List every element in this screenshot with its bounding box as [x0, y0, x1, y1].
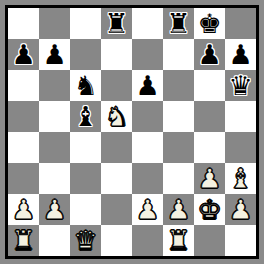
square-h6[interactable]: ♛ [225, 70, 256, 101]
piece-white-pawn: ♟ [228, 194, 252, 225]
square-e8[interactable] [132, 8, 163, 39]
square-c5[interactable]: ♝ [70, 101, 101, 132]
square-a5[interactable] [8, 101, 39, 132]
square-g4[interactable] [194, 132, 225, 163]
square-f6[interactable] [163, 70, 194, 101]
piece-white-knight: ♞ [104, 101, 128, 132]
square-g5[interactable] [194, 101, 225, 132]
square-d2[interactable] [101, 194, 132, 225]
square-c7[interactable] [70, 39, 101, 70]
piece-black-queen: ♛ [228, 70, 252, 101]
square-c1[interactable]: ♛ [70, 225, 101, 256]
square-b3[interactable] [39, 163, 70, 194]
square-h1[interactable] [225, 225, 256, 256]
square-c4[interactable] [70, 132, 101, 163]
square-c3[interactable] [70, 163, 101, 194]
square-a1[interactable]: ♜ [8, 225, 39, 256]
square-d6[interactable] [101, 70, 132, 101]
square-b4[interactable] [39, 132, 70, 163]
piece-white-pawn: ♟ [42, 194, 66, 225]
square-f5[interactable] [163, 101, 194, 132]
piece-white-pawn: ♟ [197, 163, 221, 194]
board-inner-border: ♜♜♚♟♟♟♟♞♟♛♝♞♟♝♟♟♟♟♚♟♜♛♜ [5, 5, 259, 259]
square-a6[interactable] [8, 70, 39, 101]
square-h8[interactable] [225, 8, 256, 39]
square-e5[interactable] [132, 101, 163, 132]
square-b6[interactable] [39, 70, 70, 101]
piece-white-queen: ♛ [73, 225, 97, 256]
piece-white-rook: ♜ [166, 225, 190, 256]
square-g8[interactable]: ♚ [194, 8, 225, 39]
piece-white-king: ♚ [197, 194, 221, 225]
square-a8[interactable] [8, 8, 39, 39]
square-e3[interactable] [132, 163, 163, 194]
square-h7[interactable]: ♟ [225, 39, 256, 70]
piece-black-pawn: ♟ [197, 39, 221, 70]
square-b7[interactable]: ♟ [39, 39, 70, 70]
square-h4[interactable] [225, 132, 256, 163]
square-e6[interactable]: ♟ [132, 70, 163, 101]
square-h2[interactable]: ♟ [225, 194, 256, 225]
square-g1[interactable] [194, 225, 225, 256]
square-b1[interactable] [39, 225, 70, 256]
piece-black-knight: ♞ [73, 70, 97, 101]
square-d7[interactable] [101, 39, 132, 70]
piece-black-pawn: ♟ [11, 39, 35, 70]
piece-black-rook: ♜ [166, 8, 190, 39]
piece-black-pawn: ♟ [135, 70, 159, 101]
square-b8[interactable] [39, 8, 70, 39]
square-f7[interactable] [163, 39, 194, 70]
square-c2[interactable] [70, 194, 101, 225]
square-a2[interactable]: ♟ [8, 194, 39, 225]
piece-white-pawn: ♟ [135, 194, 159, 225]
piece-white-pawn: ♟ [166, 194, 190, 225]
square-e4[interactable] [132, 132, 163, 163]
square-d3[interactable] [101, 163, 132, 194]
piece-white-pawn: ♟ [11, 194, 35, 225]
square-b5[interactable] [39, 101, 70, 132]
board-frame: ♜♜♚♟♟♟♟♞♟♛♝♞♟♝♟♟♟♟♚♟♜♛♜ [0, 0, 264, 264]
square-c6[interactable]: ♞ [70, 70, 101, 101]
piece-black-pawn: ♟ [228, 39, 252, 70]
square-h5[interactable] [225, 101, 256, 132]
square-h3[interactable]: ♝ [225, 163, 256, 194]
square-g2[interactable]: ♚ [194, 194, 225, 225]
piece-white-bishop: ♝ [228, 163, 252, 194]
square-e7[interactable] [132, 39, 163, 70]
square-d1[interactable] [101, 225, 132, 256]
square-f4[interactable] [163, 132, 194, 163]
square-g7[interactable]: ♟ [194, 39, 225, 70]
square-e2[interactable]: ♟ [132, 194, 163, 225]
piece-black-pawn: ♟ [42, 39, 66, 70]
square-d5[interactable]: ♞ [101, 101, 132, 132]
square-f8[interactable]: ♜ [163, 8, 194, 39]
piece-black-bishop: ♝ [73, 101, 97, 132]
chessboard: ♜♜♚♟♟♟♟♞♟♛♝♞♟♝♟♟♟♟♚♟♜♛♜ [8, 8, 256, 256]
square-f3[interactable] [163, 163, 194, 194]
square-b2[interactable]: ♟ [39, 194, 70, 225]
square-a7[interactable]: ♟ [8, 39, 39, 70]
square-a3[interactable] [8, 163, 39, 194]
square-c8[interactable] [70, 8, 101, 39]
square-g6[interactable] [194, 70, 225, 101]
square-g3[interactable]: ♟ [194, 163, 225, 194]
square-f2[interactable]: ♟ [163, 194, 194, 225]
square-e1[interactable] [132, 225, 163, 256]
square-d8[interactable]: ♜ [101, 8, 132, 39]
piece-black-king: ♚ [197, 8, 221, 39]
piece-white-rook: ♜ [11, 225, 35, 256]
square-a4[interactable] [8, 132, 39, 163]
square-d4[interactable] [101, 132, 132, 163]
piece-black-rook: ♜ [104, 8, 128, 39]
square-f1[interactable]: ♜ [163, 225, 194, 256]
